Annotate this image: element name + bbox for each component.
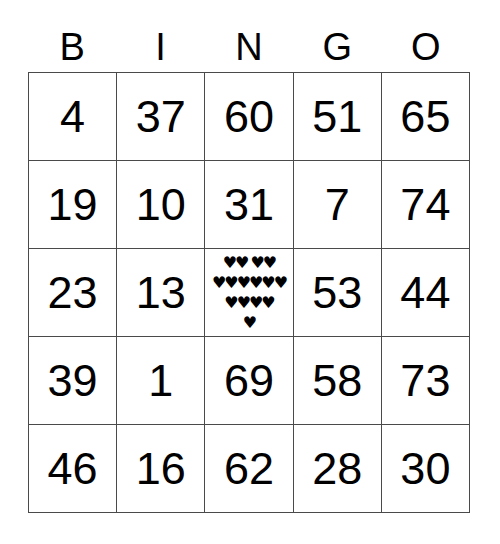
bingo-cell[interactable]: 13 [117, 249, 205, 337]
heart-of-hearts-icon: ♥♥ ♥♥ [223, 253, 275, 273]
bingo-cell[interactable]: 65 [382, 73, 470, 161]
header-letter-i: I [116, 0, 204, 72]
bingo-grid: 4 37 60 51 65 19 10 31 7 74 23 13 ♥♥ ♥♥ … [28, 72, 470, 513]
bingo-cell[interactable]: 73 [382, 337, 470, 425]
bingo-cell[interactable]: 60 [205, 73, 293, 161]
bingo-cell[interactable]: 10 [117, 161, 205, 249]
bingo-cell[interactable]: 19 [29, 161, 117, 249]
bingo-cell[interactable]: 16 [117, 425, 205, 513]
bingo-cell[interactable]: 46 [29, 425, 117, 513]
heart-of-hearts-icon: ♥♥♥♥ [224, 293, 273, 313]
bingo-cell[interactable]: 37 [117, 73, 205, 161]
bingo-cell[interactable]: 69 [205, 337, 293, 425]
bingo-cell[interactable]: 1 [117, 337, 205, 425]
bingo-cell[interactable]: 51 [294, 73, 382, 161]
heart-of-hearts-icon: ♥♥♥♥♥♥ [212, 273, 286, 293]
bingo-cell[interactable]: 62 [205, 425, 293, 513]
header-letter-n: N [205, 0, 293, 72]
bingo-header: B I N G O [28, 0, 470, 72]
bingo-cell[interactable]: 7 [294, 161, 382, 249]
bingo-cell[interactable]: 28 [294, 425, 382, 513]
bingo-cell[interactable]: 53 [294, 249, 382, 337]
bingo-cell[interactable]: 58 [294, 337, 382, 425]
bingo-cell[interactable]: 4 [29, 73, 117, 161]
free-space-cell[interactable]: ♥♥ ♥♥ ♥♥♥♥♥♥ ♥♥♥♥ ♥ [205, 249, 293, 337]
bingo-cell[interactable]: 39 [29, 337, 117, 425]
bingo-card: B I N G O 4 37 60 51 65 19 10 31 7 74 23… [28, 0, 470, 513]
bingo-cell[interactable]: 30 [382, 425, 470, 513]
bingo-cell[interactable]: 74 [382, 161, 470, 249]
header-letter-b: B [28, 0, 116, 72]
header-letter-g: G [293, 0, 381, 72]
bingo-cell[interactable]: 31 [205, 161, 293, 249]
heart-of-hearts-icon: ♥ [243, 313, 255, 333]
header-letter-o: O [382, 0, 470, 72]
bingo-cell[interactable]: 44 [382, 249, 470, 337]
bingo-cell[interactable]: 23 [29, 249, 117, 337]
